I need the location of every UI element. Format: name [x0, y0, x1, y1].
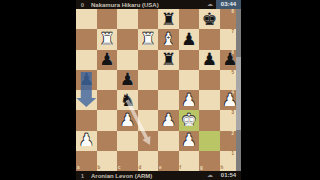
square-g1[interactable]: g	[199, 151, 220, 171]
square-c5[interactable]: ♟	[117, 70, 138, 90]
square-d4[interactable]	[138, 90, 159, 110]
square-b1[interactable]: b	[97, 151, 118, 171]
top-player-score: 0	[79, 2, 86, 8]
white-pawn[interactable]: ♟	[120, 111, 135, 128]
white-rook[interactable]: ♜	[140, 30, 155, 47]
square-a1[interactable]: a	[76, 151, 97, 171]
square-a5[interactable]: ♟	[76, 70, 97, 90]
square-b4[interactable]	[97, 90, 118, 110]
chess-app-window: 0 Nakamura Hikaru (USA) ☁ 03:44 ♜♚8♜♜♝♟7…	[76, 0, 241, 180]
rank-label-3: 3	[231, 111, 234, 116]
board: ♜♚8♜♜♝♟7♟♜♟♟6♟♟5♞♟♟4♟♟♚3♟♟2abcdefgh1	[76, 9, 240, 171]
file-label-g: g	[200, 166, 203, 171]
white-king[interactable]: ♚	[181, 111, 196, 128]
square-e6[interactable]: ♜	[158, 50, 179, 70]
black-rook[interactable]: ♜	[161, 51, 176, 68]
square-e3[interactable]: ♟	[158, 110, 179, 130]
square-d1[interactable]: d	[138, 151, 159, 171]
file-label-a: a	[77, 166, 80, 171]
square-c7[interactable]	[117, 29, 138, 49]
square-b3[interactable]	[97, 110, 118, 130]
square-e1[interactable]: e	[158, 151, 179, 171]
white-pawn[interactable]: ♟	[181, 91, 196, 108]
rank-label-1: 1	[231, 152, 234, 157]
white-bishop[interactable]: ♝	[161, 30, 176, 47]
square-d6[interactable]	[138, 50, 159, 70]
square-c1[interactable]: c	[117, 151, 138, 171]
square-g3[interactable]	[199, 110, 220, 130]
scrollbar[interactable]	[236, 9, 241, 171]
square-d3[interactable]	[138, 110, 159, 130]
square-c6[interactable]	[117, 50, 138, 70]
file-label-f: f	[180, 166, 182, 171]
rank-label-2: 2	[231, 132, 234, 137]
black-king[interactable]: ♚	[202, 10, 217, 27]
square-a6[interactable]	[76, 50, 97, 70]
black-pawn[interactable]: ♟	[120, 71, 135, 88]
square-e4[interactable]	[158, 90, 179, 110]
bottom-player-bar: 1 Aronian Levon (ARM) ☁ 01:54	[76, 171, 241, 180]
file-label-c: c	[118, 166, 121, 171]
square-f3[interactable]: ♚	[179, 110, 200, 130]
square-d5[interactable]	[138, 70, 159, 90]
status-icon: ☁	[207, 171, 213, 180]
black-pawn[interactable]: ♟	[99, 51, 114, 68]
rank-label-6: 6	[231, 51, 234, 56]
square-a3[interactable]	[76, 110, 97, 130]
bottom-player-score: 1	[79, 173, 86, 179]
rank-label-4: 4	[231, 91, 234, 96]
square-f7[interactable]: ♟	[179, 29, 200, 49]
square-c8[interactable]	[117, 9, 138, 29]
bottom-player-name: Aronian Levon (ARM)	[91, 173, 207, 179]
black-knight[interactable]: ♞	[120, 91, 135, 108]
file-label-h: h	[221, 166, 224, 171]
square-c3[interactable]: ♟	[117, 110, 138, 130]
square-f5[interactable]	[179, 70, 200, 90]
square-f4[interactable]: ♟	[179, 90, 200, 110]
square-a7[interactable]	[76, 29, 97, 49]
white-pawn[interactable]: ♟	[79, 132, 94, 149]
white-pawn[interactable]: ♟	[181, 132, 196, 149]
square-e8[interactable]: ♜	[158, 9, 179, 29]
square-a8[interactable]	[76, 9, 97, 29]
black-pawn[interactable]: ♟	[79, 71, 94, 88]
square-f6[interactable]	[179, 50, 200, 70]
square-f8[interactable]	[179, 9, 200, 29]
square-c2[interactable]	[117, 131, 138, 151]
square-e7[interactable]: ♝	[158, 29, 179, 49]
square-e2[interactable]	[158, 131, 179, 151]
bottom-player-clock: 01:54	[216, 171, 241, 180]
black-pawn[interactable]: ♟	[181, 30, 196, 47]
white-pawn[interactable]: ♟	[161, 111, 176, 128]
square-e5[interactable]	[158, 70, 179, 90]
square-b7[interactable]: ♜	[97, 29, 118, 49]
square-c4[interactable]: ♞	[117, 90, 138, 110]
file-label-b: b	[98, 166, 101, 171]
square-d8[interactable]	[138, 9, 159, 29]
square-a2[interactable]: ♟	[76, 131, 97, 151]
black-rook[interactable]: ♜	[161, 10, 176, 27]
square-g7[interactable]	[199, 29, 220, 49]
square-g8[interactable]: ♚	[199, 9, 220, 29]
square-f1[interactable]: f	[179, 151, 200, 171]
square-b5[interactable]	[97, 70, 118, 90]
square-g2[interactable]	[199, 131, 220, 151]
square-d7[interactable]: ♜	[138, 29, 159, 49]
square-b2[interactable]	[97, 131, 118, 151]
rank-label-8: 8	[231, 10, 234, 15]
square-g6[interactable]: ♟	[199, 50, 220, 70]
top-player-name: Nakamura Hikaru (USA)	[91, 2, 207, 8]
file-label-e: e	[159, 166, 162, 171]
black-pawn[interactable]: ♟	[202, 51, 217, 68]
square-f2[interactable]: ♟	[179, 131, 200, 151]
square-b8[interactable]	[97, 9, 118, 29]
white-rook[interactable]: ♜	[99, 30, 114, 47]
square-g5[interactable]	[199, 70, 220, 90]
square-a4[interactable]	[76, 90, 97, 110]
square-b6[interactable]: ♟	[97, 50, 118, 70]
rank-label-7: 7	[231, 30, 234, 35]
square-g4[interactable]	[199, 90, 220, 110]
rank-label-5: 5	[231, 71, 234, 76]
file-label-d: d	[139, 166, 142, 171]
square-d2[interactable]	[138, 131, 159, 151]
top-player-clock: 03:44	[216, 0, 241, 9]
scrollbar-thumb[interactable]	[236, 57, 241, 130]
